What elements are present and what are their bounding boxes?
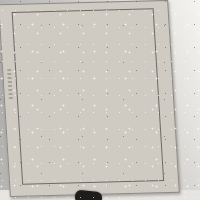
vinyl-chessboard	[0, 0, 180, 197]
photo-background	[0, 0, 200, 200]
left-margin-brand-print	[7, 69, 13, 99]
board-grid	[13, 9, 163, 183]
